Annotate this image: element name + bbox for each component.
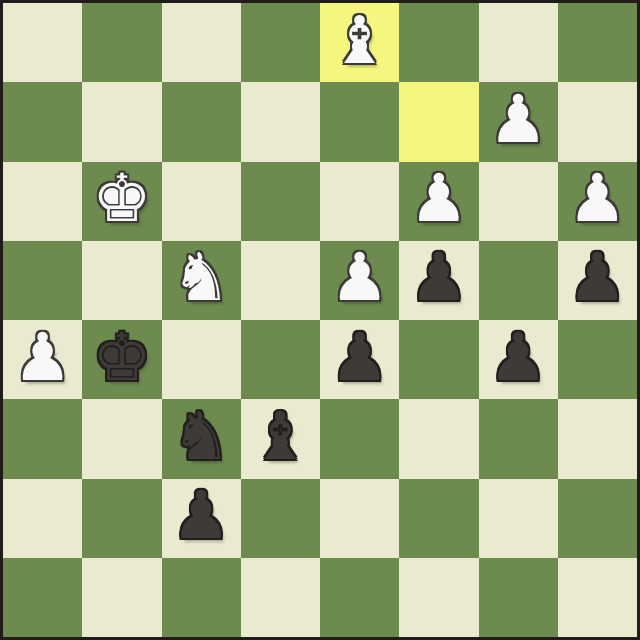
square-e1[interactable] [320, 558, 399, 637]
square-b4[interactable]: ♚ [82, 320, 161, 399]
square-g3[interactable] [479, 399, 558, 478]
square-d7[interactable] [241, 82, 320, 161]
white-bishop-piece[interactable]: ♝ [330, 8, 389, 74]
square-a2[interactable] [3, 479, 82, 558]
square-d5[interactable] [241, 241, 320, 320]
black-pawn-piece[interactable]: ♟ [568, 245, 627, 311]
square-c3[interactable]: ♞ [162, 399, 241, 478]
square-g5[interactable] [479, 241, 558, 320]
square-f5[interactable]: ♟ [399, 241, 478, 320]
square-b2[interactable] [82, 479, 161, 558]
square-c1[interactable] [162, 558, 241, 637]
square-g2[interactable] [479, 479, 558, 558]
black-bishop-piece[interactable]: ♝ [251, 404, 310, 470]
square-c2[interactable]: ♟ [162, 479, 241, 558]
square-g8[interactable] [479, 3, 558, 82]
square-d3[interactable]: ♝ [241, 399, 320, 478]
square-e5[interactable]: ♟ [320, 241, 399, 320]
black-pawn-piece[interactable]: ♟ [330, 325, 389, 391]
square-d4[interactable] [241, 320, 320, 399]
square-f1[interactable] [399, 558, 478, 637]
square-a7[interactable] [3, 82, 82, 161]
square-e8[interactable]: ♝ [320, 3, 399, 82]
square-a6[interactable] [3, 162, 82, 241]
square-c6[interactable] [162, 162, 241, 241]
square-h5[interactable]: ♟ [558, 241, 637, 320]
black-king-piece[interactable]: ♚ [92, 325, 151, 391]
square-h1[interactable] [558, 558, 637, 637]
square-d6[interactable] [241, 162, 320, 241]
black-pawn-piece[interactable]: ♟ [409, 245, 468, 311]
square-f4[interactable] [399, 320, 478, 399]
white-pawn-piece[interactable]: ♟ [13, 325, 72, 391]
square-f3[interactable] [399, 399, 478, 478]
square-c7[interactable] [162, 82, 241, 161]
square-c8[interactable] [162, 3, 241, 82]
black-pawn-piece[interactable]: ♟ [172, 483, 231, 549]
square-e7[interactable] [320, 82, 399, 161]
square-a5[interactable] [3, 241, 82, 320]
square-b8[interactable] [82, 3, 161, 82]
white-pawn-piece[interactable]: ♟ [489, 87, 548, 153]
square-h3[interactable] [558, 399, 637, 478]
square-e6[interactable] [320, 162, 399, 241]
square-c5[interactable]: ♞ [162, 241, 241, 320]
square-g1[interactable] [479, 558, 558, 637]
square-h8[interactable] [558, 3, 637, 82]
black-knight-piece[interactable]: ♞ [172, 404, 231, 470]
square-f2[interactable] [399, 479, 478, 558]
square-a1[interactable] [3, 558, 82, 637]
square-b6[interactable]: ♚ [82, 162, 161, 241]
square-h7[interactable] [558, 82, 637, 161]
white-pawn-piece[interactable]: ♟ [330, 245, 389, 311]
square-h4[interactable] [558, 320, 637, 399]
square-h2[interactable] [558, 479, 637, 558]
white-king-piece[interactable]: ♚ [92, 166, 151, 232]
square-b1[interactable] [82, 558, 161, 637]
chess-board: ♝♟♚♟♟♞♟♟♟♟♚♟♟♞♝♟ [0, 0, 640, 640]
square-b5[interactable] [82, 241, 161, 320]
square-f7[interactable] [399, 82, 478, 161]
white-pawn-piece[interactable]: ♟ [568, 166, 627, 232]
square-d8[interactable] [241, 3, 320, 82]
square-d1[interactable] [241, 558, 320, 637]
square-g4[interactable]: ♟ [479, 320, 558, 399]
square-e3[interactable] [320, 399, 399, 478]
square-g6[interactable] [479, 162, 558, 241]
square-f6[interactable]: ♟ [399, 162, 478, 241]
square-a4[interactable]: ♟ [3, 320, 82, 399]
square-e2[interactable] [320, 479, 399, 558]
square-e4[interactable]: ♟ [320, 320, 399, 399]
square-a8[interactable] [3, 3, 82, 82]
square-h6[interactable]: ♟ [558, 162, 637, 241]
square-b7[interactable] [82, 82, 161, 161]
white-pawn-piece[interactable]: ♟ [409, 166, 468, 232]
white-knight-piece[interactable]: ♞ [172, 245, 231, 311]
square-d2[interactable] [241, 479, 320, 558]
square-f8[interactable] [399, 3, 478, 82]
black-pawn-piece[interactable]: ♟ [489, 325, 548, 391]
square-b3[interactable] [82, 399, 161, 478]
square-g7[interactable]: ♟ [479, 82, 558, 161]
square-a3[interactable] [3, 399, 82, 478]
square-c4[interactable] [162, 320, 241, 399]
chess-board-grid: ♝♟♚♟♟♞♟♟♟♟♚♟♟♞♝♟ [3, 3, 637, 637]
